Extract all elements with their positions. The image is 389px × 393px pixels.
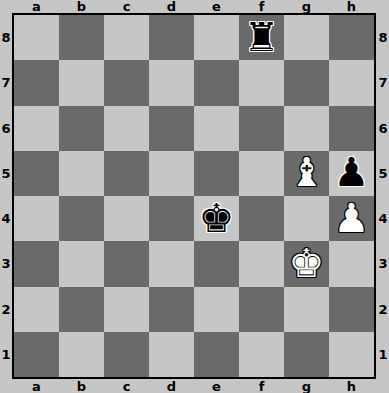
board: ♜♝♟♚♟♚ [12, 13, 376, 379]
square-h2[interactable] [329, 287, 374, 332]
square-c6[interactable] [104, 106, 149, 151]
square-c8[interactable] [104, 15, 149, 60]
square-b4[interactable] [59, 196, 104, 241]
rank-label-1: 1 [377, 332, 389, 377]
square-b8[interactable] [59, 15, 104, 60]
square-g6[interactable] [284, 106, 329, 151]
square-d6[interactable] [149, 106, 194, 151]
rank-label-3: 3 [377, 241, 389, 286]
black-rook[interactable]: ♜ [244, 17, 280, 57]
square-e3[interactable] [194, 241, 239, 286]
rank-labels-left: 87654321 [0, 15, 12, 377]
square-d2[interactable] [149, 287, 194, 332]
file-label-b: b [59, 0, 104, 13]
rank-label-6: 6 [0, 106, 12, 151]
square-h3[interactable] [329, 241, 374, 286]
white-bishop[interactable]: ♝ [289, 152, 325, 192]
square-h5[interactable]: ♟ [329, 151, 374, 196]
file-labels-top: abcdefgh [14, 0, 374, 13]
rank-label-8: 8 [377, 15, 389, 60]
file-label-c: c [104, 0, 149, 13]
square-f3[interactable] [239, 241, 284, 286]
square-g5[interactable]: ♝ [284, 151, 329, 196]
square-d1[interactable] [149, 332, 194, 377]
square-d7[interactable] [149, 60, 194, 105]
square-a8[interactable] [14, 15, 59, 60]
square-a6[interactable] [14, 106, 59, 151]
square-f4[interactable] [239, 196, 284, 241]
square-g2[interactable] [284, 287, 329, 332]
rank-label-7: 7 [0, 60, 12, 105]
square-a3[interactable] [14, 241, 59, 286]
square-a7[interactable] [14, 60, 59, 105]
square-a5[interactable] [14, 151, 59, 196]
square-f8[interactable]: ♜ [239, 15, 284, 60]
square-a1[interactable] [14, 332, 59, 377]
rank-label-7: 7 [377, 60, 389, 105]
square-c5[interactable] [104, 151, 149, 196]
square-c4[interactable] [104, 196, 149, 241]
rank-label-4: 4 [0, 196, 12, 241]
square-a4[interactable] [14, 196, 59, 241]
square-d4[interactable] [149, 196, 194, 241]
square-g3[interactable]: ♚ [284, 241, 329, 286]
square-e8[interactable] [194, 15, 239, 60]
square-f5[interactable] [239, 151, 284, 196]
square-g1[interactable] [284, 332, 329, 377]
file-label-a: a [14, 0, 59, 13]
square-c3[interactable] [104, 241, 149, 286]
rank-label-3: 3 [0, 241, 12, 286]
file-label-a: a [14, 379, 59, 393]
square-d5[interactable] [149, 151, 194, 196]
square-h4[interactable]: ♟ [329, 196, 374, 241]
file-label-h: h [329, 379, 374, 393]
square-d8[interactable] [149, 15, 194, 60]
square-h7[interactable] [329, 60, 374, 105]
square-b3[interactable] [59, 241, 104, 286]
black-king[interactable]: ♚ [199, 198, 235, 238]
rank-label-2: 2 [0, 287, 12, 332]
file-label-e: e [194, 379, 239, 393]
square-b2[interactable] [59, 287, 104, 332]
rank-label-6: 6 [377, 106, 389, 151]
rank-labels-right: 87654321 [377, 15, 389, 377]
square-f1[interactable] [239, 332, 284, 377]
square-g4[interactable] [284, 196, 329, 241]
white-pawn[interactable]: ♟ [334, 198, 370, 238]
square-a2[interactable] [14, 287, 59, 332]
black-pawn[interactable]: ♟ [334, 152, 370, 192]
file-label-h: h [329, 0, 374, 13]
file-label-c: c [104, 379, 149, 393]
square-h6[interactable] [329, 106, 374, 151]
square-f2[interactable] [239, 287, 284, 332]
square-c2[interactable] [104, 287, 149, 332]
file-label-f: f [239, 379, 284, 393]
square-c7[interactable] [104, 60, 149, 105]
square-f6[interactable] [239, 106, 284, 151]
rank-label-8: 8 [0, 15, 12, 60]
square-e1[interactable] [194, 332, 239, 377]
file-label-g: g [284, 379, 329, 393]
file-label-d: d [149, 379, 194, 393]
square-b6[interactable] [59, 106, 104, 151]
square-h1[interactable] [329, 332, 374, 377]
file-label-d: d [149, 0, 194, 13]
white-king[interactable]: ♚ [289, 243, 325, 283]
square-e5[interactable] [194, 151, 239, 196]
file-label-e: e [194, 0, 239, 13]
square-h8[interactable] [329, 15, 374, 60]
square-e7[interactable] [194, 60, 239, 105]
square-b1[interactable] [59, 332, 104, 377]
rank-label-5: 5 [377, 151, 389, 196]
square-d3[interactable] [149, 241, 194, 286]
file-label-f: f [239, 0, 284, 13]
square-b7[interactable] [59, 60, 104, 105]
square-e2[interactable] [194, 287, 239, 332]
chess-diagram: abcdefgh 87654321 ♜♝♟♚♟♚ 87654321 abcdef… [0, 0, 389, 393]
square-e6[interactable] [194, 106, 239, 151]
square-f7[interactable] [239, 60, 284, 105]
square-b5[interactable] [59, 151, 104, 196]
rank-label-4: 4 [377, 196, 389, 241]
rank-label-5: 5 [0, 151, 12, 196]
square-g7[interactable] [284, 60, 329, 105]
file-label-b: b [59, 379, 104, 393]
rank-label-2: 2 [377, 287, 389, 332]
rank-label-1: 1 [0, 332, 12, 377]
square-g8[interactable] [284, 15, 329, 60]
file-label-g: g [284, 0, 329, 13]
file-labels-bottom: abcdefgh [14, 379, 374, 393]
square-e4[interactable]: ♚ [194, 196, 239, 241]
square-c1[interactable] [104, 332, 149, 377]
